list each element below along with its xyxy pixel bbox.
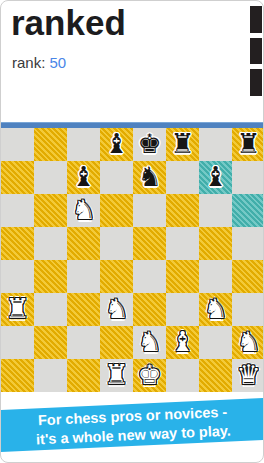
square-h5[interactable]	[232, 227, 264, 260]
square-f2[interactable]: ♝	[166, 326, 199, 359]
square-a6[interactable]	[1, 194, 34, 227]
white-knight-e2[interactable]: ♞	[133, 326, 166, 359]
square-f6[interactable]	[166, 194, 199, 227]
square-f1[interactable]	[166, 359, 199, 392]
square-c5[interactable]	[67, 227, 100, 260]
square-g8[interactable]	[199, 128, 232, 161]
square-f8[interactable]: ♜	[166, 128, 199, 161]
square-d7[interactable]	[100, 161, 133, 194]
square-c8[interactable]	[67, 128, 100, 161]
square-h6[interactable]	[232, 194, 264, 227]
square-d1[interactable]: ♜	[100, 359, 133, 392]
square-g3[interactable]: ♞	[199, 293, 232, 326]
square-h3[interactable]	[232, 293, 264, 326]
white-queen-h1[interactable]: ♛	[232, 359, 264, 392]
black-king-e8[interactable]: ♚	[133, 128, 166, 161]
square-c7[interactable]: ♝	[67, 161, 100, 194]
square-b3[interactable]	[34, 293, 67, 326]
white-rook-d1[interactable]: ♜	[100, 359, 133, 392]
white-knight-c6[interactable]: ♞	[67, 194, 100, 227]
square-g2[interactable]	[199, 326, 232, 359]
square-a3[interactable]: ♜	[1, 293, 34, 326]
square-h8[interactable]: ♜	[232, 128, 264, 161]
square-e4[interactable]	[133, 260, 166, 293]
app-screen: ranked rank: 50 ♝♚♜♜♝♞♝♞♜♞♞♞♝♞♜♚♛ For ch…	[0, 0, 264, 463]
square-b7[interactable]	[34, 161, 67, 194]
square-e5[interactable]	[133, 227, 166, 260]
square-e6[interactable]	[133, 194, 166, 227]
square-h7[interactable]	[232, 161, 264, 194]
square-a8[interactable]	[1, 128, 34, 161]
square-e8[interactable]: ♚	[133, 128, 166, 161]
square-c1[interactable]	[67, 359, 100, 392]
black-bishop-g7[interactable]: ♝	[199, 161, 232, 194]
square-e2[interactable]: ♞	[133, 326, 166, 359]
square-d4[interactable]	[100, 260, 133, 293]
menu-bar-icon	[250, 6, 262, 33]
square-g5[interactable]	[199, 227, 232, 260]
square-a1[interactable]	[1, 359, 34, 392]
square-f7[interactable]	[166, 161, 199, 194]
square-f5[interactable]	[166, 227, 199, 260]
menu-bar-icon	[250, 69, 262, 96]
square-a7[interactable]	[1, 161, 34, 194]
square-h2[interactable]: ♞	[232, 326, 264, 359]
square-b4[interactable]	[34, 260, 67, 293]
square-g6[interactable]	[199, 194, 232, 227]
square-c2[interactable]	[67, 326, 100, 359]
black-knight-e7[interactable]: ♞	[133, 161, 166, 194]
square-c3[interactable]	[67, 293, 100, 326]
menu-bar-icon	[250, 38, 262, 64]
square-g4[interactable]	[199, 260, 232, 293]
square-e3[interactable]	[133, 293, 166, 326]
rank-label: rank: 50	[12, 54, 66, 71]
square-c4[interactable]	[67, 260, 100, 293]
white-bishop-f2[interactable]: ♝	[166, 326, 199, 359]
square-b2[interactable]	[34, 326, 67, 359]
square-f3[interactable]	[166, 293, 199, 326]
square-a5[interactable]	[1, 227, 34, 260]
black-bishop-d8[interactable]: ♝	[100, 128, 133, 161]
square-e7[interactable]: ♞	[133, 161, 166, 194]
menu-three-bars-icon[interactable]	[250, 6, 262, 97]
white-knight-g3[interactable]: ♞	[199, 293, 232, 326]
square-a2[interactable]	[1, 326, 34, 359]
square-d2[interactable]	[100, 326, 133, 359]
white-knight-d3[interactable]: ♞	[100, 293, 133, 326]
rank-value: 50	[50, 54, 67, 71]
square-b5[interactable]	[34, 227, 67, 260]
black-rook-h8[interactable]: ♜	[232, 128, 264, 161]
square-e1[interactable]: ♚	[133, 359, 166, 392]
square-d8[interactable]: ♝	[100, 128, 133, 161]
square-g7[interactable]: ♝	[199, 161, 232, 194]
rank-label-text: rank:	[12, 54, 45, 71]
white-knight-h2[interactable]: ♞	[232, 326, 264, 359]
square-b8[interactable]	[34, 128, 67, 161]
square-h4[interactable]	[232, 260, 264, 293]
black-rook-f8[interactable]: ♜	[166, 128, 199, 161]
square-b1[interactable]	[34, 359, 67, 392]
square-b6[interactable]	[34, 194, 67, 227]
promo-banner-wrap: For chess pros or novices - it's a whole…	[1, 391, 264, 457]
square-f4[interactable]	[166, 260, 199, 293]
square-d6[interactable]	[100, 194, 133, 227]
square-d5[interactable]	[100, 227, 133, 260]
white-rook-a3[interactable]: ♜	[1, 293, 34, 326]
square-h1[interactable]: ♛	[232, 359, 264, 392]
white-king-e1[interactable]: ♚	[133, 359, 166, 392]
chess-board: ♝♚♜♜♝♞♝♞♜♞♞♞♝♞♜♚♛	[1, 128, 264, 392]
square-g1[interactable]	[199, 359, 232, 392]
promo-banner: For chess pros or novices - it's a whole…	[1, 398, 264, 453]
square-a4[interactable]	[1, 260, 34, 293]
square-d3[interactable]: ♞	[100, 293, 133, 326]
black-bishop-c7[interactable]: ♝	[67, 161, 100, 194]
square-c6[interactable]: ♞	[67, 194, 100, 227]
page-title: ranked	[11, 3, 126, 43]
